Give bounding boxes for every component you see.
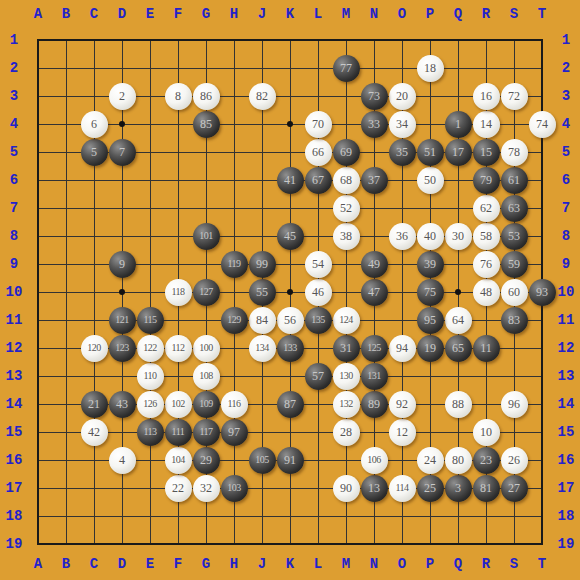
col-label-bottom-B: B [62,557,70,571]
stone-3-Q17[interactable]: 3 [445,475,472,502]
stone-50-P6[interactable]: 50 [417,167,444,194]
row-label-left-2: 2 [10,61,18,75]
stone-54-L9[interactable]: 54 [305,251,332,278]
stone-74-T4[interactable]: 74 [529,111,556,138]
row-label-right-18: 18 [558,509,575,523]
stone-105-J16[interactable]: 105 [249,447,276,474]
stone-31-M12[interactable]: 31 [333,335,360,362]
row-label-right-7: 7 [562,201,570,215]
stone-1-Q4[interactable]: 1 [445,111,472,138]
row-label-left-14: 14 [6,397,23,411]
stone-81-R17[interactable]: 81 [473,475,500,502]
stone-25-P17[interactable]: 25 [417,475,444,502]
star-point-D10 [119,289,125,295]
stone-36-O8[interactable]: 36 [389,223,416,250]
stone-53-S8[interactable]: 53 [501,223,528,250]
stone-18-P2[interactable]: 18 [417,55,444,82]
col-label-top-Q: Q [454,7,462,21]
go-board[interactable]: AABBCCDDEEFFGGHHJJKKLLMMNNOOPPQQRRSSTT11… [0,0,580,580]
row-label-left-12: 12 [6,341,23,355]
col-label-bottom-L: L [314,557,322,571]
stone-43-D14[interactable]: 43 [109,391,136,418]
row-label-left-8: 8 [10,229,18,243]
col-label-top-F: F [174,7,182,21]
stone-13-N17[interactable]: 13 [361,475,388,502]
col-label-bottom-D: D [118,557,126,571]
stone-34-O4[interactable]: 34 [389,111,416,138]
stone-79-R6[interactable]: 79 [473,167,500,194]
col-label-top-J: J [258,7,266,21]
stone-10-R15[interactable]: 10 [473,419,500,446]
col-label-top-S: S [510,7,518,21]
col-label-bottom-C: C [90,557,98,571]
stone-30-Q8[interactable]: 30 [445,223,472,250]
stone-8-F3[interactable]: 8 [165,83,192,110]
stone-100-G12[interactable]: 100 [193,335,220,362]
row-label-right-15: 15 [558,425,575,439]
col-label-bottom-A: A [34,557,42,571]
stone-110-E13[interactable]: 110 [137,363,164,390]
stone-83-S11[interactable]: 83 [501,307,528,334]
stone-58-R8[interactable]: 58 [473,223,500,250]
stone-124-M11[interactable]: 124 [333,307,360,334]
stone-52-M7[interactable]: 52 [333,195,360,222]
row-label-left-7: 7 [10,201,18,215]
stone-111-F15[interactable]: 111 [165,419,192,446]
stone-7-D5[interactable]: 7 [109,139,136,166]
row-label-right-14: 14 [558,397,575,411]
stone-102-F14[interactable]: 102 [165,391,192,418]
stone-80-Q16[interactable]: 80 [445,447,472,474]
stone-73-N3[interactable]: 73 [361,83,388,110]
col-label-bottom-S: S [510,557,518,571]
stone-104-F16[interactable]: 104 [165,447,192,474]
row-label-right-11: 11 [558,313,575,327]
row-label-right-8: 8 [562,229,570,243]
row-label-left-15: 15 [6,425,23,439]
col-label-bottom-P: P [426,557,434,571]
stone-87-K14[interactable]: 87 [277,391,304,418]
stone-69-M5[interactable]: 69 [333,139,360,166]
stone-33-N4[interactable]: 33 [361,111,388,138]
row-label-left-5: 5 [10,145,18,159]
stone-92-O14[interactable]: 92 [389,391,416,418]
stone-21-C14[interactable]: 21 [81,391,108,418]
row-label-right-6: 6 [562,173,570,187]
col-label-bottom-H: H [230,557,238,571]
row-label-right-3: 3 [562,89,570,103]
stone-38-M8[interactable]: 38 [333,223,360,250]
stone-24-P16[interactable]: 24 [417,447,444,474]
col-label-top-K: K [286,7,294,21]
col-label-bottom-N: N [370,557,378,571]
stone-47-N10[interactable]: 47 [361,279,388,306]
stone-114-O17[interactable]: 114 [389,475,416,502]
stone-28-M15[interactable]: 28 [333,419,360,446]
row-label-right-19: 19 [558,537,575,551]
stone-112-F12[interactable]: 112 [165,335,192,362]
star-point-Q10 [455,289,461,295]
stone-35-O5[interactable]: 35 [389,139,416,166]
row-label-left-11: 11 [6,313,23,327]
row-label-left-16: 16 [6,453,23,467]
col-label-bottom-K: K [286,557,294,571]
stone-66-L5[interactable]: 66 [305,139,332,166]
stone-106-N16[interactable]: 106 [361,447,388,474]
row-label-left-13: 13 [6,369,23,383]
col-label-top-G: G [202,7,210,21]
stone-90-M17[interactable]: 90 [333,475,360,502]
row-label-left-19: 19 [6,537,23,551]
col-label-top-M: M [342,7,350,21]
col-label-top-N: N [370,7,378,21]
stone-94-O12[interactable]: 94 [389,335,416,362]
stone-123-D12[interactable]: 123 [109,335,136,362]
stone-39-P9[interactable]: 39 [417,251,444,278]
stone-99-J9[interactable]: 99 [249,251,276,278]
stone-119-H9[interactable]: 119 [221,251,248,278]
stone-125-N12[interactable]: 125 [361,335,388,362]
stone-22-F17[interactable]: 22 [165,475,192,502]
col-label-top-H: H [230,7,238,21]
stone-116-H14[interactable]: 116 [221,391,248,418]
col-label-top-E: E [146,7,154,21]
col-label-bottom-O: O [398,557,406,571]
col-label-top-B: B [62,7,70,21]
col-label-bottom-F: F [174,557,182,571]
stone-56-K11[interactable]: 56 [277,307,304,334]
stone-51-P5[interactable]: 51 [417,139,444,166]
row-label-right-13: 13 [558,369,575,383]
stone-70-L4[interactable]: 70 [305,111,332,138]
stone-85-G4[interactable]: 85 [193,111,220,138]
stone-15-R5[interactable]: 15 [473,139,500,166]
stone-113-E15[interactable]: 113 [137,419,164,446]
stone-101-G8[interactable]: 101 [193,223,220,250]
col-label-top-R: R [482,7,490,21]
stone-55-J10[interactable]: 55 [249,279,276,306]
col-label-top-P: P [426,7,434,21]
row-label-left-1: 1 [10,33,18,47]
col-label-bottom-T: T [538,557,546,571]
row-label-left-4: 4 [10,117,18,131]
star-point-K4 [287,121,293,127]
stone-14-R4[interactable]: 14 [473,111,500,138]
stone-26-S16[interactable]: 26 [501,447,528,474]
stone-93-T10[interactable]: 93 [529,279,556,306]
stone-29-G16[interactable]: 29 [193,447,220,474]
row-label-right-10: 10 [558,285,575,299]
stone-60-S10[interactable]: 60 [501,279,528,306]
row-label-left-18: 18 [6,509,23,523]
col-label-bottom-E: E [146,557,154,571]
stone-78-S5[interactable]: 78 [501,139,528,166]
stone-42-C15[interactable]: 42 [81,419,108,446]
stone-132-M14[interactable]: 132 [333,391,360,418]
stone-122-E12[interactable]: 122 [137,335,164,362]
stone-4-D16[interactable]: 4 [109,447,136,474]
stone-32-G17[interactable]: 32 [193,475,220,502]
stone-65-Q12[interactable]: 65 [445,335,472,362]
row-label-left-6: 6 [10,173,18,187]
stone-86-G3[interactable]: 86 [193,83,220,110]
stone-126-E14[interactable]: 126 [137,391,164,418]
stone-135-L11[interactable]: 135 [305,307,332,334]
stone-118-F10[interactable]: 118 [165,279,192,306]
stone-5-C5[interactable]: 5 [81,139,108,166]
stone-57-L13[interactable]: 57 [305,363,332,390]
stone-133-K12[interactable]: 133 [277,335,304,362]
row-label-left-9: 9 [10,257,18,271]
stone-115-E11[interactable]: 115 [137,307,164,334]
col-label-top-D: D [118,7,126,21]
stone-129-H11[interactable]: 129 [221,307,248,334]
stone-62-R7[interactable]: 62 [473,195,500,222]
col-label-bottom-J: J [258,557,266,571]
star-point-D4 [119,121,125,127]
stone-108-G13[interactable]: 108 [193,363,220,390]
stone-109-G14[interactable]: 109 [193,391,220,418]
row-label-right-16: 16 [558,453,575,467]
stone-134-J12[interactable]: 134 [249,335,276,362]
stone-84-J11[interactable]: 84 [249,307,276,334]
stone-77-M2[interactable]: 77 [333,55,360,82]
stone-96-S14[interactable]: 96 [501,391,528,418]
stone-75-P10[interactable]: 75 [417,279,444,306]
stone-64-Q11[interactable]: 64 [445,307,472,334]
col-label-bottom-R: R [482,557,490,571]
row-label-right-17: 17 [558,481,575,495]
stone-89-N14[interactable]: 89 [361,391,388,418]
col-label-top-T: T [538,7,546,21]
stone-9-D9[interactable]: 9 [109,251,136,278]
row-label-left-10: 10 [6,285,23,299]
stone-131-N13[interactable]: 131 [361,363,388,390]
col-label-bottom-Q: Q [454,557,462,571]
stone-130-M13[interactable]: 130 [333,363,360,390]
stone-63-S7[interactable]: 63 [501,195,528,222]
stone-19-P12[interactable]: 19 [417,335,444,362]
row-label-right-4: 4 [562,117,570,131]
stone-103-H17[interactable]: 103 [221,475,248,502]
row-label-right-5: 5 [562,145,570,159]
stone-46-L10[interactable]: 46 [305,279,332,306]
stone-76-R9[interactable]: 76 [473,251,500,278]
col-label-top-L: L [314,7,322,21]
stone-41-K6[interactable]: 41 [277,167,304,194]
col-label-top-O: O [398,7,406,21]
row-label-right-9: 9 [562,257,570,271]
stone-45-K8[interactable]: 45 [277,223,304,250]
col-label-bottom-G: G [202,557,210,571]
stone-88-Q14[interactable]: 88 [445,391,472,418]
stone-61-S6[interactable]: 61 [501,167,528,194]
stone-11-R12[interactable]: 11 [473,335,500,362]
stone-97-H15[interactable]: 97 [221,419,248,446]
stone-67-L6[interactable]: 67 [305,167,332,194]
col-label-bottom-M: M [342,557,350,571]
stone-23-R16[interactable]: 23 [473,447,500,474]
stone-17-Q5[interactable]: 17 [445,139,472,166]
stone-6-C4[interactable]: 6 [81,111,108,138]
stone-2-D3[interactable]: 2 [109,83,136,110]
stone-120-C12[interactable]: 120 [81,335,108,362]
stone-48-R10[interactable]: 48 [473,279,500,306]
row-label-right-2: 2 [562,61,570,75]
row-label-right-1: 1 [562,33,570,47]
stone-27-S17[interactable]: 27 [501,475,528,502]
stone-117-G15[interactable]: 117 [193,419,220,446]
stone-127-G10[interactable]: 127 [193,279,220,306]
stone-95-P11[interactable]: 95 [417,307,444,334]
stone-16-R3[interactable]: 16 [473,83,500,110]
stone-91-K16[interactable]: 91 [277,447,304,474]
stone-59-S9[interactable]: 59 [501,251,528,278]
col-label-top-A: A [34,7,42,21]
stone-20-O3[interactable]: 20 [389,83,416,110]
stone-121-D11[interactable]: 121 [109,307,136,334]
stone-40-P8[interactable]: 40 [417,223,444,250]
stone-68-M6[interactable]: 68 [333,167,360,194]
row-label-right-12: 12 [558,341,575,355]
row-label-left-17: 17 [6,481,23,495]
stone-37-N6[interactable]: 37 [361,167,388,194]
stone-49-N9[interactable]: 49 [361,251,388,278]
col-label-top-C: C [90,7,98,21]
stone-72-S3[interactable]: 72 [501,83,528,110]
stone-12-O15[interactable]: 12 [389,419,416,446]
stone-82-J3[interactable]: 82 [249,83,276,110]
star-point-K10 [287,289,293,295]
row-label-left-3: 3 [10,89,18,103]
